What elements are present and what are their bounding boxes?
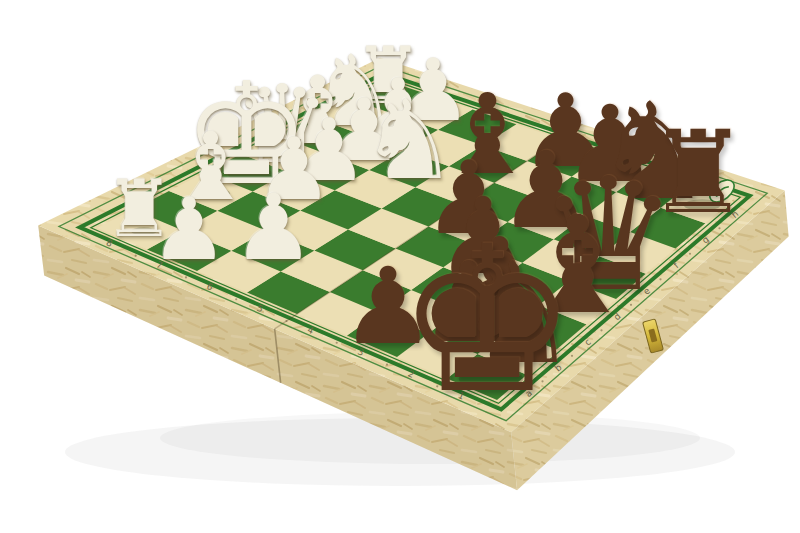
piece-shadow: [269, 150, 304, 161]
piece-shadow: [396, 165, 431, 176]
piece-shadow: [131, 227, 156, 235]
piece-shadow: [533, 216, 567, 227]
tack-mark: [718, 227, 720, 229]
tack-mark: [185, 276, 187, 278]
tack-mark: [571, 355, 573, 357]
piece-shadow: [470, 262, 504, 273]
piece-shadow: [587, 272, 637, 288]
piece-shadow: [375, 331, 409, 342]
tack-mark: [630, 304, 632, 306]
piece-shadow: [560, 298, 603, 311]
piece-shadow: [380, 95, 405, 103]
tack-mark: [386, 363, 388, 365]
piece-shadow: [684, 199, 721, 210]
tack-mark: [600, 329, 602, 331]
piece-shadow: [354, 149, 382, 158]
piece-shadow: [200, 189, 230, 198]
piece-shadow: [459, 369, 524, 389]
tack-mark: [285, 320, 287, 322]
piece-shadow: [284, 189, 312, 198]
chess-board: 1a2b3c4d5e6f7g8h: [0, 0, 800, 533]
piece-shadow: [455, 328, 491, 339]
piece-shadow: [180, 248, 208, 257]
piece-shadow: [499, 347, 544, 361]
piece-shadow: [597, 169, 631, 180]
tack-mark: [135, 255, 137, 257]
piece-shadow: [307, 132, 337, 141]
tack-mark: [659, 278, 661, 280]
tack-mark: [541, 380, 543, 382]
piece-shadow: [636, 183, 679, 196]
piece-shadow: [389, 129, 417, 138]
piece-shadow: [474, 160, 510, 171]
piece-shadow: [486, 304, 522, 315]
piece-shadow: [456, 221, 488, 231]
piece-shadow: [319, 169, 347, 178]
tack-mark: [336, 342, 338, 344]
tack-mark: [436, 385, 438, 387]
piece-shadow: [263, 248, 292, 257]
piece-shadow: [342, 113, 373, 123]
piece-shadow: [553, 154, 585, 164]
piece-shadow: [423, 110, 451, 119]
tack-mark: [235, 298, 237, 300]
product-photo-stage: 1a2b3c4d5e6f7g8h ♜♟♞♟♝♟♛♟♝♞♟♚♟♞♟♝♜♟♟♜♟♟♟…: [0, 0, 800, 533]
piece-shadow: [228, 167, 273, 181]
tack-mark: [689, 253, 691, 255]
